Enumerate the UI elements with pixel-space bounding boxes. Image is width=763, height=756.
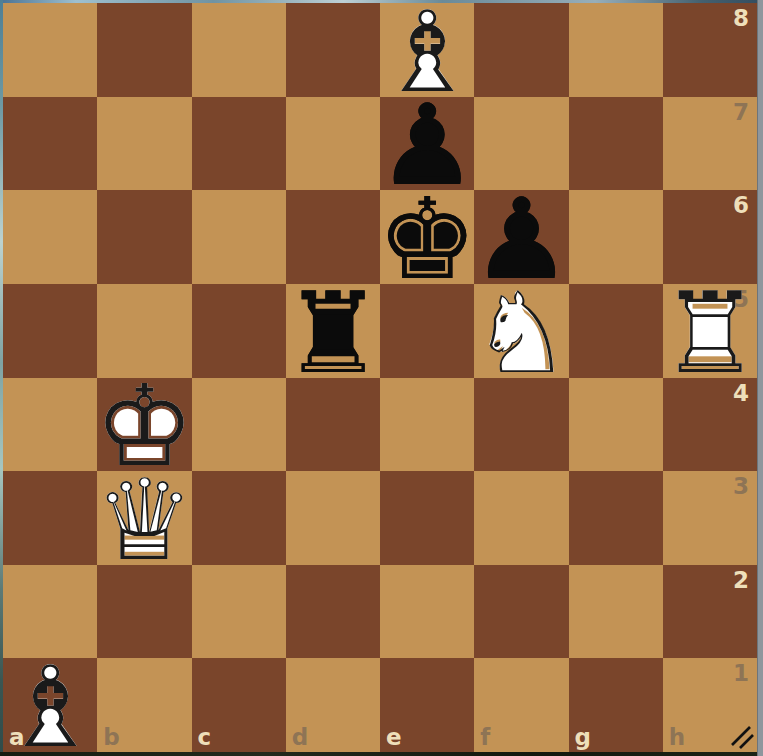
square-c5[interactable] xyxy=(192,284,286,378)
square-a4[interactable] xyxy=(3,378,97,472)
square-h3[interactable]: 3 xyxy=(663,471,757,565)
square-d6[interactable] xyxy=(286,190,380,284)
chess-app-window: ♝♗8♟♙7♚♔♟♙6♜♖♞♘5♜♖♚♔4♛♕32a♝♗bcdefgh1 xyxy=(0,0,763,756)
square-f3[interactable] xyxy=(474,471,568,565)
white-queen-outline: ♕ xyxy=(97,473,191,567)
square-e5[interactable] xyxy=(380,284,474,378)
square-h1[interactable]: h1 xyxy=(663,658,757,752)
square-h6[interactable]: 6 xyxy=(663,190,757,284)
square-g8[interactable] xyxy=(569,3,663,97)
square-f6[interactable]: ♟♙ xyxy=(474,190,568,284)
white-king-outline: ♔ xyxy=(97,380,191,474)
white-bishop-outline: ♗ xyxy=(380,5,474,99)
coord-rank-2: 2 xyxy=(733,569,749,592)
square-b5[interactable] xyxy=(97,284,191,378)
coord-file-f: f xyxy=(480,726,490,749)
coord-file-b: b xyxy=(103,726,119,749)
square-f5[interactable]: ♞♘ xyxy=(474,284,568,378)
coord-rank-7: 7 xyxy=(733,101,749,124)
square-a8[interactable] xyxy=(3,3,97,97)
white-knight[interactable]: ♞♘ xyxy=(474,284,568,378)
square-f7[interactable] xyxy=(474,97,568,191)
window-edge-right xyxy=(757,0,763,756)
white-queen[interactable]: ♛♕ xyxy=(97,471,191,565)
white-rook-glyph: ♜ xyxy=(663,286,757,380)
square-d4[interactable] xyxy=(286,378,380,472)
square-b4[interactable]: ♚♔ xyxy=(97,378,191,472)
square-e8[interactable]: ♝♗ xyxy=(380,3,474,97)
square-d8[interactable] xyxy=(286,3,380,97)
square-b3[interactable]: ♛♕ xyxy=(97,471,191,565)
square-e4[interactable] xyxy=(380,378,474,472)
square-g2[interactable] xyxy=(569,565,663,659)
coord-rank-8: 8 xyxy=(733,7,749,30)
white-bishop[interactable]: ♝♗ xyxy=(380,3,474,97)
black-king-glyph: ♚ xyxy=(380,192,474,286)
square-c1[interactable]: c xyxy=(192,658,286,752)
desktop-edge-bottom xyxy=(0,752,757,756)
white-rook[interactable]: ♜♖ xyxy=(663,284,757,378)
black-pawn[interactable]: ♟♙ xyxy=(380,97,474,191)
square-g3[interactable] xyxy=(569,471,663,565)
square-c8[interactable] xyxy=(192,3,286,97)
square-f4[interactable] xyxy=(474,378,568,472)
chess-board: ♝♗8♟♙7♚♔♟♙6♜♖♞♘5♜♖♚♔4♛♕32a♝♗bcdefgh1 xyxy=(3,3,757,752)
white-bishop[interactable]: ♝♗ xyxy=(3,658,97,752)
black-king[interactable]: ♚♔ xyxy=(380,190,474,284)
white-knight-outline: ♘ xyxy=(474,286,568,380)
square-h7[interactable]: 7 xyxy=(663,97,757,191)
square-f8[interactable] xyxy=(474,3,568,97)
coord-file-h: h xyxy=(669,726,685,749)
square-h2[interactable]: 2 xyxy=(663,565,757,659)
square-g5[interactable] xyxy=(569,284,663,378)
square-g1[interactable]: g xyxy=(569,658,663,752)
coord-rank-6: 6 xyxy=(733,194,749,217)
square-a6[interactable] xyxy=(3,190,97,284)
coord-file-e: e xyxy=(386,726,402,749)
square-d7[interactable] xyxy=(286,97,380,191)
square-c2[interactable] xyxy=(192,565,286,659)
black-rook-glyph: ♜ xyxy=(286,286,380,380)
black-pawn-outline: ♙ xyxy=(380,99,474,193)
square-d2[interactable] xyxy=(286,565,380,659)
coord-file-d: d xyxy=(292,726,308,749)
coord-rank-4: 4 xyxy=(733,382,749,405)
square-a7[interactable] xyxy=(3,97,97,191)
square-c7[interactable] xyxy=(192,97,286,191)
square-a5[interactable] xyxy=(3,284,97,378)
white-bishop-outline: ♗ xyxy=(3,660,97,754)
square-c6[interactable] xyxy=(192,190,286,284)
black-rook-outline: ♖ xyxy=(286,286,380,380)
coord-rank-3: 3 xyxy=(733,475,749,498)
square-b7[interactable] xyxy=(97,97,191,191)
white-rook-outline: ♖ xyxy=(663,286,757,380)
square-a3[interactable] xyxy=(3,471,97,565)
square-d5[interactable]: ♜♖ xyxy=(286,284,380,378)
black-pawn-glyph: ♟ xyxy=(380,99,474,193)
square-g4[interactable] xyxy=(569,378,663,472)
square-c3[interactable] xyxy=(192,471,286,565)
square-b8[interactable] xyxy=(97,3,191,97)
square-e6[interactable]: ♚♔ xyxy=(380,190,474,284)
square-h4[interactable]: 4 xyxy=(663,378,757,472)
square-f1[interactable]: f xyxy=(474,658,568,752)
square-g7[interactable] xyxy=(569,97,663,191)
white-knight-glyph: ♞ xyxy=(474,286,568,380)
square-h5[interactable]: 5♜♖ xyxy=(663,284,757,378)
black-king-outline: ♔ xyxy=(380,192,474,286)
square-d1[interactable]: d xyxy=(286,658,380,752)
square-a1[interactable]: a♝♗ xyxy=(3,658,97,752)
square-c4[interactable] xyxy=(192,378,286,472)
square-e7[interactable]: ♟♙ xyxy=(380,97,474,191)
black-rook[interactable]: ♜♖ xyxy=(286,284,380,378)
coord-file-g: g xyxy=(575,726,591,749)
white-bishop-glyph: ♝ xyxy=(3,660,97,754)
white-queen-glyph: ♛ xyxy=(97,473,191,567)
square-e2[interactable] xyxy=(380,565,474,659)
square-f2[interactable] xyxy=(474,565,568,659)
white-king-glyph: ♚ xyxy=(97,380,191,474)
square-d3[interactable] xyxy=(286,471,380,565)
square-e3[interactable] xyxy=(380,471,474,565)
square-b2[interactable] xyxy=(97,565,191,659)
square-b6[interactable] xyxy=(97,190,191,284)
black-pawn-outline: ♙ xyxy=(474,192,568,286)
black-pawn-glyph: ♟ xyxy=(474,192,568,286)
coord-file-c: c xyxy=(198,726,212,749)
coord-rank-1: 1 xyxy=(733,662,749,685)
black-pawn[interactable]: ♟♙ xyxy=(474,190,568,284)
square-h8[interactable]: 8 xyxy=(663,3,757,97)
square-a2[interactable] xyxy=(3,565,97,659)
white-king[interactable]: ♚♔ xyxy=(97,378,191,472)
board-resize-handle-icon[interactable] xyxy=(729,724,755,750)
square-b1[interactable]: b xyxy=(97,658,191,752)
white-bishop-glyph: ♝ xyxy=(380,5,474,99)
square-e1[interactable]: e xyxy=(380,658,474,752)
square-g6[interactable] xyxy=(569,190,663,284)
